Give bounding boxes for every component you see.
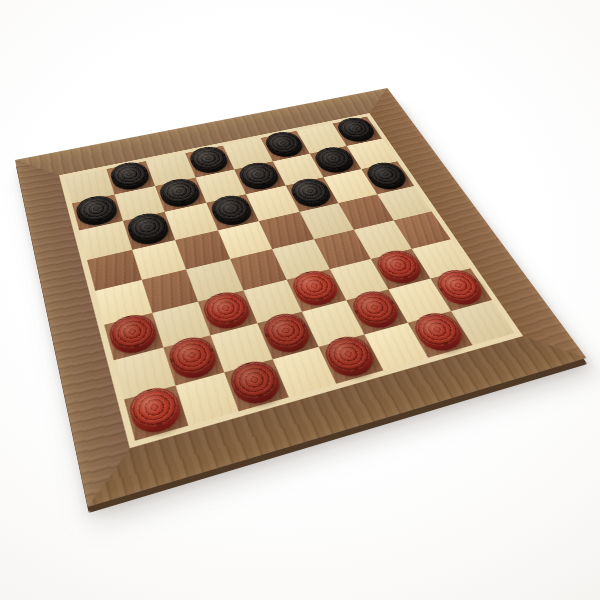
checkers-board bbox=[15, 88, 586, 507]
photo-stage bbox=[0, 0, 600, 600]
